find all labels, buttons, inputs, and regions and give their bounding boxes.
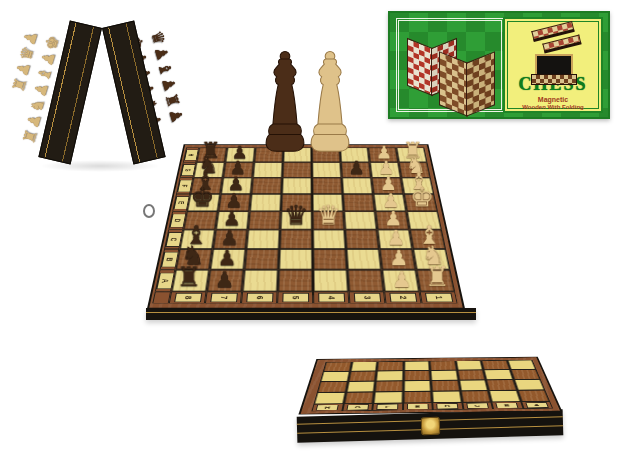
square-d6 [248,211,281,229]
closed-square [403,370,431,380]
square-h1: ♜ [396,148,427,163]
square-d4: ♛ [312,211,345,229]
square-c3 [345,230,380,249]
white-pawn-h2: ♟ [370,143,399,161]
square-b8: ♞ [175,249,212,270]
closed-letter-cell: D [432,402,463,410]
closed-square [317,381,348,392]
square-b2: ♟ [379,249,416,270]
white-pawn-c2: ♟ [379,227,412,248]
closed-board-side [297,409,564,442]
square-c6 [246,230,280,249]
square-g4 [312,162,342,177]
square-d2: ♟ [375,211,409,229]
box-brown-board-image [439,57,495,121]
square-a6 [242,270,278,292]
closed-square [343,392,374,404]
closed-square [483,370,513,380]
square-f8: ♝ [190,178,223,194]
board-front-edge [146,308,476,320]
square-g2: ♟ [370,162,401,177]
square-a7: ♟ [207,270,245,292]
square-d3 [344,211,377,229]
square-c1: ♝ [410,230,447,249]
board-grid: H♜♟♟♜G♞♟♟♟♞F♝♟♟♝E♚♟♟♚D♟♛♛♟C♝♟♟♝B♞♟♟♞A♜♟♟… [152,148,455,304]
white-pawn-a2: ♟ [384,268,420,291]
square-e3 [343,194,375,211]
closed-square [377,361,404,371]
closed-square [430,370,458,380]
closed-square [350,362,378,372]
closed-square [431,380,460,391]
square-a1: ♜ [416,270,455,292]
square-e6 [249,194,281,211]
closed-letter-cell: E [403,403,433,411]
magnetic-rook: ♜ [21,127,40,145]
closed-square [481,360,510,370]
square-b3 [346,249,382,270]
closed-square [375,371,403,381]
white-pawn-d2: ♟ [377,208,409,229]
rank-label: 3 [349,292,386,304]
light-queen-piece [309,50,351,156]
white-rook-h1: ♜ [398,139,427,162]
square-b7: ♟ [210,249,246,270]
square-c5 [279,230,312,249]
square-a2: ♟ [382,270,420,292]
square-h2: ♟ [368,148,399,163]
product-photo: ♟♛♟♜♚♟♝♟♞♟♜ ♚♟♝♟♞♟♛♟♝♟♜♟ [0,0,620,465]
square-h8: ♜ [196,148,227,163]
square-a8: ♜ [171,270,210,292]
closed-square [320,371,350,381]
rank-label: 8 [169,292,207,304]
closed-square [517,390,550,402]
square-g5 [282,162,312,177]
square-f3 [342,178,374,194]
square-g6 [253,162,283,177]
square-e5 [281,194,312,211]
square-f6 [251,178,282,194]
closed-square [460,391,491,403]
square-d7: ♟ [215,211,249,229]
closed-square [313,392,345,404]
closed-square [431,391,461,403]
square-g7: ♟ [223,162,254,177]
square-g1: ♞ [398,162,430,177]
square-e4 [312,194,344,211]
square-c2: ♟ [377,230,413,249]
square-g3: ♟ [341,162,372,177]
box-subtitle-2: Wooden With Folding [522,104,584,111]
magnetic-rook: ♜ [10,76,29,94]
square-g8: ♞ [193,162,225,177]
folded-board-display: ♟♛♟♜♚♟♝♟♞♟♜ ♚♟♝♟♞♟♛♟♝♟♜♟ [12,22,192,177]
closed-letter-cell: H [311,404,343,412]
square-c8: ♝ [179,230,215,249]
rank-label: 5 [277,292,313,304]
closed-letter-cell: F [372,403,402,411]
closed-square [403,361,430,371]
closed-square [513,379,545,390]
clasp-icon [421,417,440,436]
black-pawn-f7: ♟ [221,174,252,194]
rank-label: 6 [241,292,278,304]
square-e1: ♚ [404,194,438,211]
box-open-board-image [531,54,575,73]
black-pawn-c7: ♟ [213,227,246,248]
black-pawn-a7: ♟ [207,268,243,291]
rank-label: 7 [205,292,242,304]
box-photo-panel [396,18,504,112]
square-d8 [183,211,218,229]
box-title-panel: CHESS Magnetic Wooden With Folding [503,17,603,113]
square-e7: ♟ [218,194,251,211]
black-pawn-e7: ♟ [218,191,249,211]
rank-label: 1 [420,292,458,304]
white-pawn-f2: ♟ [373,174,404,194]
closed-square [374,381,403,392]
square-c7: ♟ [213,230,248,249]
closed-square [429,361,456,371]
square-h7: ♟ [225,148,255,163]
square-f4 [312,178,343,194]
square-b5 [278,249,312,270]
closed-letter-cell: C [462,402,493,409]
magnetic-pawn: ♟ [167,107,186,125]
black-pawn-b7: ♟ [210,247,244,269]
closed-letter-cell: G [342,403,373,411]
square-d1 [407,211,442,229]
closed-square [488,390,520,402]
square-e2: ♟ [373,194,406,211]
black-pawn-h7: ♟ [225,143,254,161]
hinge-icon [143,204,155,218]
closed-square [510,369,541,379]
black-rook-h8: ♜ [196,139,225,162]
closed-square [403,391,433,403]
square-f7: ♟ [221,178,253,194]
board-surface: H♜♟♟♜G♞♟♟♟♞F♝♟♟♝E♚♟♟♚D♟♛♛♟C♝♟♟♝B♞♟♟♞A♜♟♟… [147,144,465,309]
square-f5 [282,178,313,194]
white-pawn-b2: ♟ [382,247,416,269]
closed-square [507,360,537,370]
square-f1: ♝ [401,178,434,194]
standing-pieces [264,50,351,156]
black-pawn-d7: ♟ [216,208,248,229]
closed-square [323,362,352,372]
closed-square [346,381,376,392]
closed-board-top: HGFEDCBA [298,357,562,415]
closed-square [373,392,403,404]
square-b6 [244,249,279,270]
square-b4 [313,249,348,270]
white-pawn-e2: ♟ [375,191,406,211]
square-a4 [313,270,349,292]
closed-square [403,380,432,391]
rank-label: 2 [384,292,421,304]
dark-queen-piece [264,50,306,156]
square-a3 [347,270,384,292]
closed-letter-cell: B [491,402,523,409]
closed-square [457,370,486,380]
closed-square [348,371,377,381]
closed-letter-cell: A [521,401,553,408]
square-f2: ♟ [371,178,403,194]
closed-square [455,360,483,370]
closed-square [486,380,517,391]
closed-chess-board: HGFEDCBA [293,338,573,443]
product-box: CHESS Magnetic Wooden With Folding [388,11,610,119]
square-d5: ♛ [280,211,312,229]
box-subtitle-1: Magnetic [538,96,568,104]
square-a5 [278,270,314,292]
square-c4 [312,230,346,249]
closed-square [458,380,488,391]
square-e8: ♚ [187,194,221,211]
square-b1: ♞ [413,249,451,270]
rank-label: 4 [313,292,349,304]
